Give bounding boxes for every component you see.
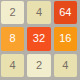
tile-2: 2 [27,54,50,77]
tile-2: 2 [1,1,24,24]
tile-64: 64 [54,1,77,24]
tile-4: 4 [1,54,24,77]
tile-16: 16 [54,27,77,50]
tile-4: 4 [27,1,50,24]
tile-8: 8 [1,27,24,50]
tile-4: 4 [54,54,77,77]
tile-32: 32 [27,27,50,50]
board-2048[interactable]: 246483216424 [0,0,80,80]
